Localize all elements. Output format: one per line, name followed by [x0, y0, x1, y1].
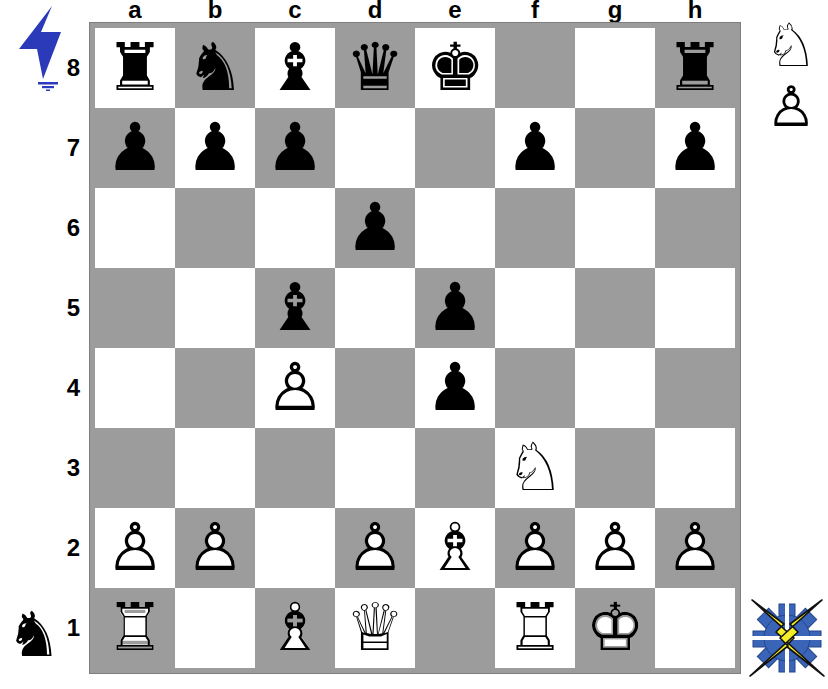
black-pawn-piece[interactable]: ♟ — [495, 108, 575, 188]
square-d1[interactable]: ♛♕ — [335, 588, 415, 668]
square-g5[interactable] — [575, 268, 655, 348]
square-h3[interactable] — [655, 428, 735, 508]
chess-diagram: a b c d e f g h 8 7 6 5 4 3 2 1 ♜♞♝♛♚♜♟♟… — [0, 0, 828, 689]
square-d6[interactable]: ♟ — [335, 188, 415, 268]
white-rook-piece[interactable]: ♜♖ — [95, 588, 175, 668]
square-a6[interactable] — [95, 188, 175, 268]
square-h8[interactable]: ♜ — [655, 28, 735, 108]
square-b2[interactable]: ♟♙ — [175, 508, 255, 588]
black-pawn-piece[interactable]: ♟ — [415, 268, 495, 348]
square-h7[interactable]: ♟ — [655, 108, 735, 188]
square-a7[interactable]: ♟ — [95, 108, 175, 188]
file-labels: a b c d e f g h — [95, 0, 735, 24]
square-g4[interactable] — [575, 348, 655, 428]
file-label-h: h — [655, 0, 735, 24]
square-b8[interactable]: ♞ — [175, 28, 255, 108]
black-bishop-piece[interactable]: ♝ — [255, 28, 335, 108]
black-pawn-piece[interactable]: ♟ — [415, 348, 495, 428]
white-rook-piece[interactable]: ♜♖ — [495, 588, 575, 668]
black-pawn-piece[interactable]: ♟ — [255, 108, 335, 188]
square-b3[interactable] — [175, 428, 255, 508]
rank-label-2: 2 — [50, 508, 84, 588]
square-c1[interactable]: ♝♗ — [255, 588, 335, 668]
rank-label-7: 7 — [50, 108, 84, 188]
square-a4[interactable] — [95, 348, 175, 428]
piece-outline-layer: ♙ — [95, 508, 175, 588]
square-c2[interactable] — [255, 508, 335, 588]
file-label-e: e — [415, 0, 495, 24]
white-pawn-piece[interactable]: ♟♙ — [655, 508, 735, 588]
square-f5[interactable] — [495, 268, 575, 348]
black-pawn-piece[interactable]: ♟ — [655, 108, 735, 188]
piece-outline-layer: ♙ — [495, 508, 575, 588]
rank-label-6: 6 — [50, 188, 84, 268]
square-d7[interactable] — [335, 108, 415, 188]
square-d8[interactable]: ♛ — [335, 28, 415, 108]
square-e6[interactable] — [415, 188, 495, 268]
white-pawn-piece[interactable]: ♟♙ — [95, 508, 175, 588]
white-bishop-piece[interactable]: ♝♗ — [255, 588, 335, 668]
square-g7[interactable] — [575, 108, 655, 188]
white-knight-piece[interactable]: ♞♘ — [495, 428, 575, 508]
piece-outline-layer: ♔ — [575, 588, 655, 668]
black-pawn-piece[interactable]: ♟ — [335, 188, 415, 268]
square-d2[interactable]: ♟♙ — [335, 508, 415, 588]
piece-outline-layer: ♘ — [495, 428, 575, 508]
black-king-piece[interactable]: ♚ — [415, 28, 495, 108]
square-h5[interactable] — [655, 268, 735, 348]
piece-outline-layer: ♖ — [495, 588, 575, 668]
lightning-ground-icon — [16, 5, 64, 95]
black-knight-piece[interactable]: ♞ — [175, 28, 255, 108]
square-b4[interactable] — [175, 348, 255, 428]
white-pawn-piece[interactable]: ♟♙ — [335, 508, 415, 588]
square-d5[interactable] — [335, 268, 415, 348]
white-pawn-piece[interactable]: ♟♙ — [255, 348, 335, 428]
piece-outline-layer: ♙ — [255, 348, 335, 428]
board-grid: ♜♞♝♛♚♜♟♟♟♟♟♟♝♟♟♙♟♞♘♟♙♟♙♟♙♝♗♟♙♟♙♟♙♜♖♝♗♛♕♜… — [95, 28, 735, 668]
square-e4[interactable]: ♟ — [415, 348, 495, 428]
square-c4[interactable]: ♟♙ — [255, 348, 335, 428]
piece-outline-layer: ♗ — [415, 508, 495, 588]
black-rook-piece[interactable]: ♜ — [655, 28, 735, 108]
square-c5[interactable]: ♝ — [255, 268, 335, 348]
white-king-piece[interactable]: ♚♔ — [575, 588, 655, 668]
chess-board: ♜♞♝♛♚♜♟♟♟♟♟♟♝♟♟♙♟♞♘♟♙♟♙♟♙♝♗♟♙♟♙♟♙♜♖♝♗♛♕♜… — [89, 22, 741, 674]
square-d4[interactable] — [335, 348, 415, 428]
square-c7[interactable]: ♟ — [255, 108, 335, 188]
file-label-d: d — [335, 0, 415, 24]
piece-outline-layer: ♗ — [255, 588, 335, 668]
square-h2[interactable]: ♟♙ — [655, 508, 735, 588]
piece-outline-layer: ♙ — [575, 508, 655, 588]
square-h6[interactable] — [655, 188, 735, 268]
square-f4[interactable] — [495, 348, 575, 428]
square-g6[interactable] — [575, 188, 655, 268]
square-e1[interactable] — [415, 588, 495, 668]
square-b5[interactable] — [175, 268, 255, 348]
black-pawn-piece[interactable]: ♟ — [175, 108, 255, 188]
piece-outline-layer: ♙ — [335, 508, 415, 588]
square-b7[interactable]: ♟ — [175, 108, 255, 188]
white-bishop-piece[interactable]: ♝♗ — [415, 508, 495, 588]
square-g3[interactable] — [575, 428, 655, 508]
black-pawn-piece[interactable]: ♟ — [95, 108, 175, 188]
square-c8[interactable]: ♝ — [255, 28, 335, 108]
rank-label-5: 5 — [50, 268, 84, 348]
rank-label-4: 4 — [50, 348, 84, 428]
rank-label-3: 3 — [50, 428, 84, 508]
rank-labels: 8 7 6 5 4 3 2 1 — [50, 28, 84, 668]
square-a5[interactable] — [95, 268, 175, 348]
square-e8[interactable]: ♚ — [415, 28, 495, 108]
black-bishop-piece[interactable]: ♝ — [255, 268, 335, 348]
white-pawn-piece[interactable]: ♟♙ — [495, 508, 575, 588]
square-f3[interactable]: ♞♘ — [495, 428, 575, 508]
square-f1[interactable]: ♜♖ — [495, 588, 575, 668]
file-label-a: a — [95, 0, 175, 24]
square-e2[interactable]: ♝♗ — [415, 508, 495, 588]
white-pawn-piece[interactable]: ♟♙ — [175, 508, 255, 588]
square-g8[interactable] — [575, 28, 655, 108]
square-e3[interactable] — [415, 428, 495, 508]
square-b6[interactable] — [175, 188, 255, 268]
square-f6[interactable] — [495, 188, 575, 268]
square-a2[interactable]: ♟♙ — [95, 508, 175, 588]
square-d3[interactable] — [335, 428, 415, 508]
square-f8[interactable] — [495, 28, 575, 108]
square-b1[interactable] — [175, 588, 255, 668]
square-f2[interactable]: ♟♙ — [495, 508, 575, 588]
square-h4[interactable] — [655, 348, 735, 428]
square-a8[interactable]: ♜ — [95, 28, 175, 108]
file-label-c: c — [255, 0, 335, 24]
piece-outline-layer: ♕ — [335, 588, 415, 668]
file-label-f: f — [495, 0, 575, 24]
gear-crossed-bolts-logo — [746, 590, 828, 689]
black-queen-piece[interactable]: ♛ — [335, 28, 415, 108]
black-knight-icon: ♞ — [6, 600, 62, 670]
square-a3[interactable] — [95, 428, 175, 508]
square-g2[interactable]: ♟♙ — [575, 508, 655, 588]
white-knight-icon: ♘ — [764, 14, 818, 76]
white-pawn-piece[interactable]: ♟♙ — [575, 508, 655, 588]
square-c6[interactable] — [255, 188, 335, 268]
file-label-g: g — [575, 0, 655, 24]
square-e7[interactable] — [415, 108, 495, 188]
square-f7[interactable]: ♟ — [495, 108, 575, 188]
square-g1[interactable]: ♚♔ — [575, 588, 655, 668]
corner-piece-icons: ♘ ♙ — [756, 14, 826, 136]
piece-outline-layer: ♖ — [95, 588, 175, 668]
file-label-b: b — [175, 0, 255, 24]
piece-outline-layer: ♙ — [655, 508, 735, 588]
square-h1[interactable] — [655, 588, 735, 668]
piece-outline-layer: ♙ — [175, 508, 255, 588]
square-c3[interactable] — [255, 428, 335, 508]
white-pawn-icon: ♙ — [766, 78, 816, 136]
square-e5[interactable]: ♟ — [415, 268, 495, 348]
black-rook-piece[interactable]: ♜ — [95, 28, 175, 108]
square-a1[interactable]: ♜♖ — [95, 588, 175, 668]
white-queen-piece[interactable]: ♛♕ — [335, 588, 415, 668]
